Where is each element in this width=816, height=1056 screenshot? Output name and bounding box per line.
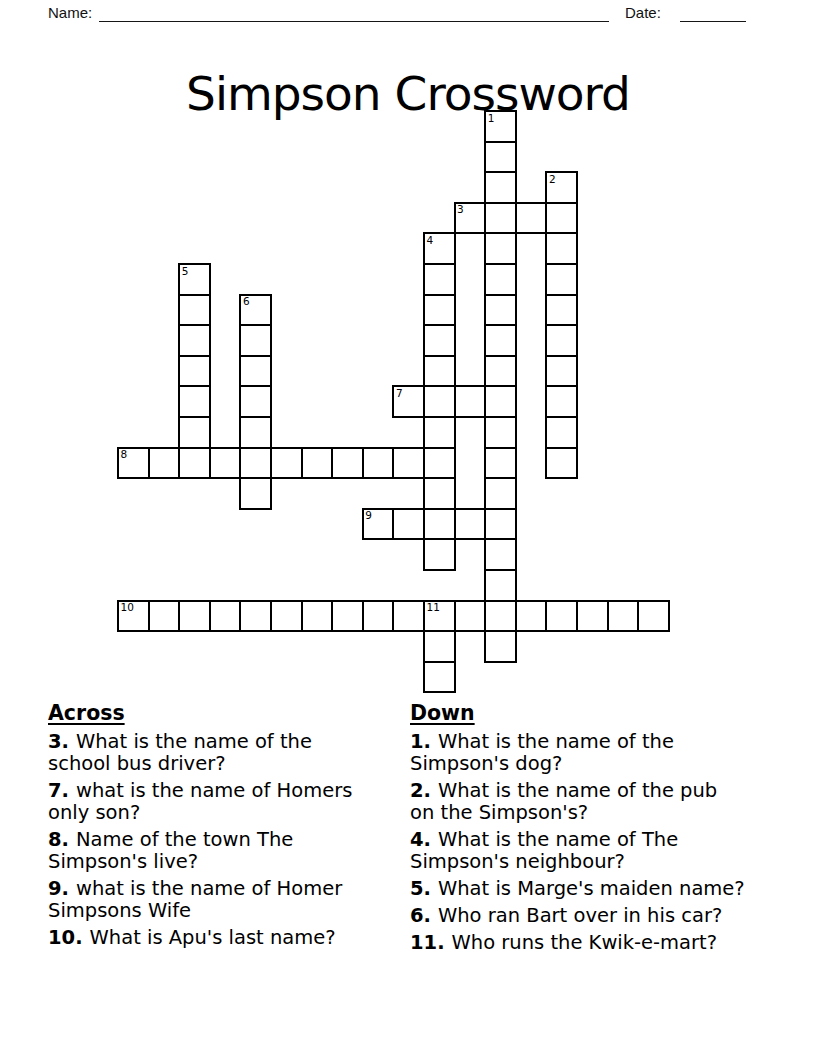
clue-number: 5. (410, 877, 431, 900)
clue-text: What is the name of the school bus drive… (48, 730, 312, 775)
cell-r12c4[interactable] (239, 477, 272, 510)
clue-number: 7. (48, 779, 69, 802)
cell-r17c10[interactable] (423, 630, 456, 663)
cell-r16c2[interactable] (178, 600, 211, 633)
cell-r13c10[interactable] (423, 508, 456, 541)
cell-r5c10[interactable] (423, 263, 456, 296)
cell-number: 9 (365, 510, 372, 521)
clue-across-3: 3.What is the name of the school bus dri… (48, 731, 392, 775)
cell-r11c14[interactable] (545, 447, 578, 480)
cell-r16c5[interactable] (270, 600, 303, 633)
cell-number: 4 (427, 235, 434, 246)
cell-number: 1 (488, 113, 495, 124)
clue-number: 10. (48, 926, 83, 949)
cell-r8c10[interactable] (423, 355, 456, 388)
clue-number: 2. (410, 779, 431, 802)
clue-text: What is Apu's last name? (90, 926, 336, 949)
clue-down-4: 4.What is the name of The Simpson's neig… (410, 829, 806, 873)
cell-r5c14[interactable] (545, 263, 578, 296)
cell-r0c12[interactable]: 1 (484, 110, 517, 143)
cell-r11c6[interactable] (301, 447, 334, 480)
cell-r16c12[interactable] (484, 600, 517, 633)
cell-r16c9[interactable] (392, 600, 425, 633)
clue-number: 6. (410, 904, 431, 927)
cell-r11c0[interactable]: 8 (117, 447, 150, 480)
cell-number: 3 (457, 204, 464, 215)
down-heading: Down (410, 701, 806, 725)
clue-down-6: 6.Who ran Bart over in his car? (410, 905, 806, 927)
clue-text: Who runs the Kwik-e-mart? (452, 931, 718, 954)
cell-r6c12[interactable] (484, 294, 517, 327)
cell-r16c13[interactable] (515, 600, 548, 633)
name-label: Name: (48, 4, 92, 21)
clue-across-9: 9.what is the name of Homer Simpsons Wif… (48, 878, 392, 922)
cell-r16c8[interactable] (362, 600, 395, 633)
cell-r16c10[interactable]: 11 (423, 600, 456, 633)
cell-r12c12[interactable] (484, 477, 517, 510)
clue-text: what is the name of Homers only son? (48, 779, 352, 824)
cell-r9c14[interactable] (545, 385, 578, 418)
clue-text: Name of the town The Simpson's live? (48, 828, 293, 873)
clue-down-1: 1.What is the name of the Simpson's dog? (410, 731, 806, 775)
cell-r16c15[interactable] (576, 600, 609, 633)
cell-r16c16[interactable] (607, 600, 640, 633)
cell-r10c4[interactable] (239, 416, 272, 449)
cell-r5c12[interactable] (484, 263, 517, 296)
across-clues: Across 3.What is the name of the school … (48, 701, 392, 954)
cell-r8c4[interactable] (239, 355, 272, 388)
clue-down-2: 2.What is the name of the pub on the Sim… (410, 780, 806, 824)
cell-r11c10[interactable] (423, 447, 456, 480)
cell-r11c3[interactable] (209, 447, 242, 480)
cell-r8c12[interactable] (484, 355, 517, 388)
cell-r16c14[interactable] (545, 600, 578, 633)
cell-r9c10[interactable] (423, 385, 456, 418)
clue-number: 11. (410, 931, 445, 954)
cell-r14c12[interactable] (484, 538, 517, 571)
clue-across-7: 7.what is the name of Homers only son? (48, 780, 392, 824)
cell-r10c2[interactable] (178, 416, 211, 449)
cell-r7c4[interactable] (239, 324, 272, 357)
cell-r11c2[interactable] (178, 447, 211, 480)
cell-r13c8[interactable]: 9 (362, 508, 395, 541)
cell-r17c12[interactable] (484, 630, 517, 663)
cell-r16c7[interactable] (331, 600, 364, 633)
cell-r13c9[interactable] (392, 508, 425, 541)
cell-r8c14[interactable] (545, 355, 578, 388)
name-blank-line (99, 21, 609, 22)
cell-r16c4[interactable] (239, 600, 272, 633)
cell-r6c10[interactable] (423, 294, 456, 327)
clue-number: 3. (48, 730, 69, 753)
cell-r9c11[interactable] (454, 385, 487, 418)
cell-r7c12[interactable] (484, 324, 517, 357)
clue-text: What is the name of the Simpson's dog? (410, 730, 674, 775)
clue-text: What is the name of The Simpson's neighb… (410, 828, 678, 873)
cell-r11c12[interactable] (484, 447, 517, 480)
cell-r11c4[interactable] (239, 447, 272, 480)
clue-down-5: 5.What is Marge's maiden name? (410, 878, 806, 900)
cell-r3c12[interactable] (484, 202, 517, 235)
cell-r18c10[interactable] (423, 661, 456, 694)
cell-r9c2[interactable] (178, 385, 211, 418)
cell-r6c2[interactable] (178, 294, 211, 327)
cell-r14c10[interactable] (423, 538, 456, 571)
cell-r4c14[interactable] (545, 232, 578, 265)
down-clues: Down 1.What is the name of the Simpson's… (410, 701, 806, 959)
cell-r4c10[interactable]: 4 (423, 232, 456, 265)
cell-r11c1[interactable] (148, 447, 181, 480)
cell-r3c14[interactable] (545, 202, 578, 235)
cell-r9c4[interactable] (239, 385, 272, 418)
cell-r9c9[interactable]: 7 (392, 385, 425, 418)
cell-r13c12[interactable] (484, 508, 517, 541)
clue-number: 9. (48, 877, 69, 900)
clue-across-10: 10.What is Apu's last name? (48, 927, 392, 949)
cell-number: 11 (427, 602, 440, 613)
cell-r5c2[interactable]: 5 (178, 263, 211, 296)
cell-r3c11[interactable]: 3 (454, 202, 487, 235)
clue-text: What is Marge's maiden name? (438, 877, 745, 900)
cell-r9c12[interactable] (484, 385, 517, 418)
cell-r16c0[interactable]: 10 (117, 600, 150, 633)
cell-r13c11[interactable] (454, 508, 487, 541)
cell-r4c12[interactable] (484, 232, 517, 265)
cell-r12c10[interactable] (423, 477, 456, 510)
cell-r11c9[interactable] (392, 447, 425, 480)
clue-text: What is the name of the pub on the Simps… (410, 779, 717, 824)
cell-r10c12[interactable] (484, 416, 517, 449)
cell-r1c12[interactable] (484, 141, 517, 174)
cell-r7c2[interactable] (178, 324, 211, 357)
date-blank-line (680, 21, 746, 22)
cell-r11c7[interactable] (331, 447, 364, 480)
cell-r6c4[interactable]: 6 (239, 294, 272, 327)
cell-number: 2 (549, 174, 556, 185)
cell-r10c14[interactable] (545, 416, 578, 449)
cell-r15c12[interactable] (484, 569, 517, 602)
cell-number: 6 (243, 296, 250, 307)
date-label: Date: (625, 4, 661, 21)
clue-text: what is the name of Homer Simpsons Wife (48, 877, 342, 922)
clue-across-8: 8.Name of the town The Simpson's live? (48, 829, 392, 873)
cell-r16c6[interactable] (301, 600, 334, 633)
cell-r6c14[interactable] (545, 294, 578, 327)
cell-r16c11[interactable] (454, 600, 487, 633)
cell-r16c17[interactable] (637, 600, 670, 633)
cell-r11c5[interactable] (270, 447, 303, 480)
cell-number: 10 (121, 602, 134, 613)
cell-r7c14[interactable] (545, 324, 578, 357)
clue-number: 1. (410, 730, 431, 753)
cell-r16c1[interactable] (148, 600, 181, 633)
cell-r8c2[interactable] (178, 355, 211, 388)
cell-r10c10[interactable] (423, 416, 456, 449)
worksheet-page: { "game": "crossword", "page": { "name_l… (0, 0, 816, 1056)
cell-r2c14[interactable]: 2 (545, 171, 578, 204)
across-heading: Across (48, 701, 392, 725)
clue-number: 4. (410, 828, 431, 851)
cell-number: 8 (121, 449, 128, 460)
cell-r3c13[interactable] (515, 202, 548, 235)
cell-number: 7 (396, 388, 403, 399)
cell-r11c8[interactable] (362, 447, 395, 480)
clue-number: 8. (48, 828, 69, 851)
clue-text: Who ran Bart over in his car? (438, 904, 722, 927)
page-title: Simpson Crossword (0, 65, 816, 123)
cell-r16c3[interactable] (209, 600, 242, 633)
cell-r7c10[interactable] (423, 324, 456, 357)
clue-down-11: 11.Who runs the Kwik-e-mart? (410, 932, 806, 954)
cell-number: 5 (182, 266, 189, 277)
cell-r2c12[interactable] (484, 171, 517, 204)
